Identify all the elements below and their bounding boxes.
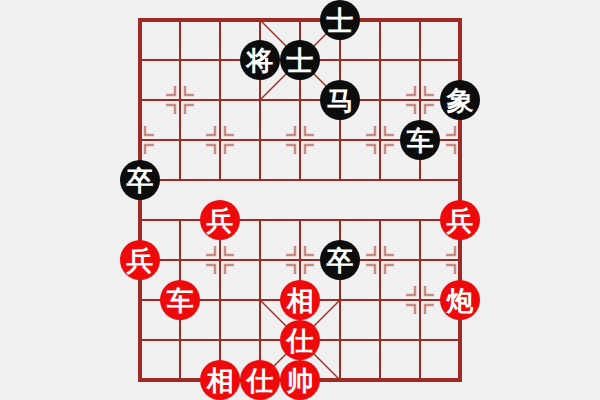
piece-red-pawn[interactable]: 兵 [200, 200, 240, 240]
point-marker [406, 286, 415, 295]
piece-red-elephant[interactable]: 相 [280, 280, 320, 320]
piece-black-pawn[interactable]: 卒 [120, 160, 160, 200]
piece-black-chariot[interactable]: 车 [400, 120, 440, 160]
point-marker [225, 265, 234, 274]
piece-red-chariot[interactable]: 车 [160, 280, 200, 320]
point-marker [286, 265, 295, 274]
point-marker [366, 246, 375, 255]
screenshot-root: 士将士马象车卒兵兵兵卒车相炮仕相仕帅 [0, 0, 600, 400]
point-marker [166, 105, 175, 114]
point-marker [425, 86, 434, 95]
piece-red-elephant[interactable]: 相 [200, 360, 240, 400]
point-marker [385, 246, 394, 255]
point-marker [446, 126, 455, 135]
piece-red-pawn[interactable]: 兵 [120, 240, 160, 280]
point-marker [286, 126, 295, 135]
point-marker [166, 86, 175, 95]
xiangqi-board[interactable]: 士将士马象车卒兵兵兵卒车相炮仕相仕帅 [0, 0, 600, 400]
point-marker [286, 145, 295, 154]
point-marker [406, 86, 415, 95]
point-marker [385, 126, 394, 135]
piece-black-king[interactable]: 将 [240, 40, 280, 80]
piece-black-elephant[interactable]: 象 [440, 80, 480, 120]
point-marker [206, 126, 215, 135]
point-marker [385, 145, 394, 154]
piece-black-advisor[interactable]: 士 [320, 0, 360, 40]
point-marker [185, 105, 194, 114]
point-marker [305, 126, 314, 135]
point-marker [366, 126, 375, 135]
point-marker [406, 105, 415, 114]
piece-red-advisor[interactable]: 仕 [280, 320, 320, 360]
point-marker [305, 265, 314, 274]
point-marker [305, 145, 314, 154]
point-marker [446, 265, 455, 274]
point-marker [206, 246, 215, 255]
point-marker [145, 145, 154, 154]
point-marker [225, 246, 234, 255]
point-marker [225, 145, 234, 154]
point-marker [425, 305, 434, 314]
piece-red-pawn[interactable]: 兵 [440, 200, 480, 240]
point-marker [366, 265, 375, 274]
point-marker [286, 246, 295, 255]
point-marker [206, 145, 215, 154]
point-marker [385, 265, 394, 274]
piece-red-cannon[interactable]: 炮 [440, 280, 480, 320]
piece-black-pawn[interactable]: 卒 [320, 240, 360, 280]
point-marker [366, 145, 375, 154]
point-marker [425, 286, 434, 295]
point-marker [406, 305, 415, 314]
piece-black-horse[interactable]: 马 [320, 80, 360, 120]
point-marker [446, 246, 455, 255]
point-marker [206, 265, 215, 274]
point-marker [305, 246, 314, 255]
piece-red-king[interactable]: 帅 [280, 360, 320, 400]
point-marker [446, 145, 455, 154]
point-marker [185, 86, 194, 95]
point-marker [225, 126, 234, 135]
point-marker [425, 105, 434, 114]
point-marker [145, 126, 154, 135]
piece-red-advisor[interactable]: 仕 [240, 360, 280, 400]
piece-black-advisor[interactable]: 士 [280, 40, 320, 80]
